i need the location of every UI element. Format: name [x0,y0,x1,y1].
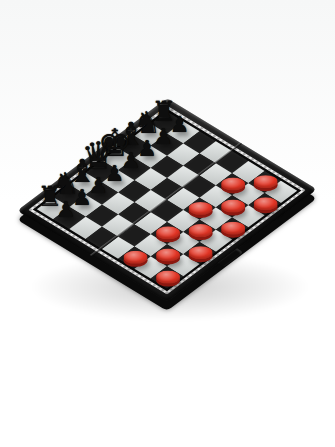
black-pawn[interactable]: ♟ [43,199,89,221]
red-checker[interactable] [221,199,245,212]
red-checker[interactable] [254,197,278,210]
product-photo-scene: ♜♟♞♟♝♟♚♟♛♟♝♟♞♟♜♟ [0,0,335,447]
red-checker[interactable] [221,177,245,190]
red-checker[interactable] [156,270,180,283]
red-checker[interactable] [156,248,180,261]
red-checker[interactable] [189,246,213,259]
red-checker[interactable] [156,226,180,239]
red-checker[interactable] [189,201,213,214]
red-checker[interactable] [254,175,278,188]
red-checker[interactable] [124,250,148,263]
red-checker[interactable] [189,224,213,237]
red-checker[interactable] [221,221,245,234]
